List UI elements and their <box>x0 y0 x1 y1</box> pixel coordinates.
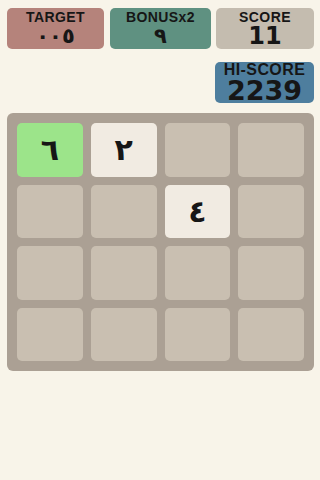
game-board[interactable]: ٦ ٢ ٤ <box>7 113 314 371</box>
bonus-box: BONUSx2 ٩ <box>110 8 211 49</box>
target-label: TARGET <box>26 10 85 25</box>
bonus-label: BONUSx2 <box>126 10 195 25</box>
score-box: SCORE 11 <box>216 8 314 49</box>
board-cell-r1c1 <box>91 185 157 239</box>
board-cell-r2c0 <box>17 246 83 300</box>
hi-score-box: HI-SCORE 2239 <box>215 62 314 103</box>
board-cell-r0c0-tile-6: ٦ <box>17 123 83 177</box>
board-cell-r1c3 <box>238 185 304 239</box>
board-cell-r3c2 <box>165 308 231 362</box>
target-box: TARGET ٠٠٥ <box>7 8 104 49</box>
board-cell-r2c3 <box>238 246 304 300</box>
board-cell-r1c2-tile-4: ٤ <box>165 185 231 239</box>
board-cell-r0c1-tile-2: ٢ <box>91 123 157 177</box>
board-cell-r3c1 <box>91 308 157 362</box>
board-cell-r2c2 <box>165 246 231 300</box>
board-cell-r0c3 <box>238 123 304 177</box>
board-cell-r1c0 <box>17 185 83 239</box>
board-cell-r3c3 <box>238 308 304 362</box>
board-cell-r2c1 <box>91 246 157 300</box>
score-value: 11 <box>248 25 281 48</box>
board-cell-r3c0 <box>17 308 83 362</box>
bonus-value: ٩ <box>154 25 167 47</box>
target-value: ٠٠٥ <box>36 25 74 47</box>
hi-score-value: 2239 <box>227 78 302 103</box>
board-cell-r0c2 <box>165 123 231 177</box>
